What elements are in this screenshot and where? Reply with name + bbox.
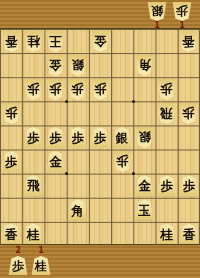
star-point bbox=[65, 100, 68, 103]
hand-piece-pawn-gote[interactable]: 歩 bbox=[172, 2, 192, 21]
shogi-board: 香桂王金香金銀角歩歩歩歩歩歩飛歩歩歩歩歩銀銀歩金歩飛金歩歩角玉香桂桂香 bbox=[0, 28, 200, 245]
star-point bbox=[132, 172, 135, 175]
gote-hand-tray: 銀1歩1 bbox=[0, 0, 200, 28]
piece-kanji: 銀 bbox=[72, 58, 85, 71]
board-square[interactable] bbox=[22, 198, 44, 222]
piece-kanji: 香 bbox=[5, 229, 18, 242]
piece-kanji: 金 bbox=[49, 58, 62, 71]
board-square[interactable] bbox=[111, 174, 133, 198]
board-square[interactable] bbox=[89, 101, 111, 125]
board-square[interactable] bbox=[89, 53, 111, 77]
board-square[interactable] bbox=[0, 174, 22, 198]
board-square[interactable] bbox=[178, 150, 200, 174]
piece-kanji: 桂 bbox=[27, 229, 40, 242]
board-square[interactable] bbox=[156, 150, 178, 174]
piece-kanji: 角 bbox=[72, 205, 85, 218]
board-square[interactable] bbox=[67, 29, 89, 53]
hand-item-knight-sente: 1桂 bbox=[31, 246, 51, 275]
hand-item-pawn-sente: 2歩 bbox=[8, 246, 28, 275]
piece-kanji: 歩 bbox=[27, 82, 40, 95]
board-square[interactable] bbox=[111, 198, 133, 222]
piece-kanji: 金 bbox=[94, 34, 107, 47]
board-square[interactable] bbox=[111, 53, 133, 77]
board-square[interactable] bbox=[67, 222, 89, 246]
piece-kanji: 歩 bbox=[27, 132, 40, 145]
hand-piece-knight-sente[interactable]: 桂 bbox=[31, 256, 51, 275]
piece-kanji: 金 bbox=[138, 180, 151, 193]
board-square[interactable] bbox=[133, 101, 155, 125]
board-square[interactable] bbox=[22, 150, 44, 174]
piece-kanji: 桂 bbox=[160, 229, 173, 242]
piece-kanji: 桂 bbox=[35, 260, 47, 272]
piece-kanji: 香 bbox=[5, 34, 18, 47]
board-square[interactable] bbox=[89, 222, 111, 246]
piece-kanji: 飛 bbox=[160, 106, 173, 119]
piece-kanji: 桂 bbox=[27, 34, 40, 47]
board-square[interactable] bbox=[111, 101, 133, 125]
hand-piece-pawn-sente[interactable]: 歩 bbox=[8, 256, 28, 275]
hand-item-pawn-gote: 歩1 bbox=[172, 2, 192, 31]
piece-kanji: 銀 bbox=[151, 5, 163, 17]
piece-kanji: 金 bbox=[49, 156, 62, 169]
piece-kanji: 歩 bbox=[116, 154, 129, 167]
board-square[interactable] bbox=[89, 150, 111, 174]
piece-kanji: 香 bbox=[183, 34, 196, 47]
board-square[interactable] bbox=[67, 174, 89, 198]
board-square[interactable] bbox=[133, 77, 155, 101]
board-square[interactable] bbox=[156, 53, 178, 77]
star-point bbox=[132, 100, 135, 103]
piece-kanji: 歩 bbox=[72, 82, 85, 95]
board-square[interactable] bbox=[89, 198, 111, 222]
piece-kanji: 歩 bbox=[5, 156, 18, 169]
hand-count: 1 bbox=[38, 246, 44, 256]
piece-kanji: 歩 bbox=[183, 180, 196, 193]
piece-kanji: 歩 bbox=[94, 82, 107, 95]
board-square[interactable] bbox=[67, 150, 89, 174]
board-square[interactable] bbox=[89, 174, 111, 198]
board-square[interactable] bbox=[0, 125, 22, 149]
piece-kanji: 歩 bbox=[94, 132, 107, 145]
piece-kanji: 香 bbox=[183, 229, 196, 242]
piece-kanji: 歩 bbox=[176, 5, 188, 17]
piece-kanji: 歩 bbox=[72, 132, 85, 145]
board-square[interactable] bbox=[133, 222, 155, 246]
piece-kanji: 歩 bbox=[12, 260, 24, 272]
board-square[interactable] bbox=[0, 77, 22, 101]
board-square[interactable] bbox=[44, 198, 66, 222]
piece-kanji: 歩 bbox=[5, 106, 18, 119]
piece-kanji: 王 bbox=[49, 34, 62, 47]
sente-hand-tray: 2歩1桂 bbox=[0, 245, 200, 278]
hand-item-silver-gote: 銀1 bbox=[147, 2, 167, 31]
piece-kanji: 銀 bbox=[138, 130, 151, 143]
board-square[interactable] bbox=[22, 53, 44, 77]
board-square[interactable] bbox=[178, 198, 200, 222]
board-square[interactable] bbox=[111, 222, 133, 246]
piece-kanji: 玉 bbox=[138, 205, 151, 218]
board-square[interactable] bbox=[178, 125, 200, 149]
board-square[interactable] bbox=[156, 29, 178, 53]
board-square[interactable] bbox=[44, 174, 66, 198]
board-square[interactable] bbox=[0, 198, 22, 222]
board-square[interactable] bbox=[0, 53, 22, 77]
hand-piece-silver-gote[interactable]: 銀 bbox=[147, 2, 167, 21]
board-square[interactable] bbox=[22, 101, 44, 125]
board-square[interactable] bbox=[133, 150, 155, 174]
piece-kanji: 角 bbox=[138, 58, 151, 71]
board-square[interactable] bbox=[156, 198, 178, 222]
piece-kanji: 歩 bbox=[160, 82, 173, 95]
board-square[interactable] bbox=[178, 53, 200, 77]
board-square[interactable] bbox=[156, 125, 178, 149]
board-square[interactable] bbox=[44, 222, 66, 246]
piece-kanji: 銀 bbox=[116, 132, 129, 145]
board-square[interactable] bbox=[67, 101, 89, 125]
piece-kanji: 飛 bbox=[27, 180, 40, 193]
board-square[interactable] bbox=[178, 77, 200, 101]
shogi-app: 銀1歩1 香桂王金香金銀角歩歩歩歩歩歩飛歩歩歩歩歩銀銀歩金歩飛金歩歩角玉香桂桂香… bbox=[0, 0, 200, 278]
piece-kanji: 歩 bbox=[49, 132, 62, 145]
hand-count: 2 bbox=[15, 246, 21, 256]
piece-kanji: 歩 bbox=[49, 82, 62, 95]
board-square[interactable] bbox=[44, 101, 66, 125]
piece-kanji: 歩 bbox=[160, 180, 173, 193]
board-square[interactable] bbox=[111, 29, 133, 53]
board-square[interactable] bbox=[133, 29, 155, 53]
piece-kanji: 歩 bbox=[183, 106, 196, 119]
board-square[interactable] bbox=[111, 77, 133, 101]
